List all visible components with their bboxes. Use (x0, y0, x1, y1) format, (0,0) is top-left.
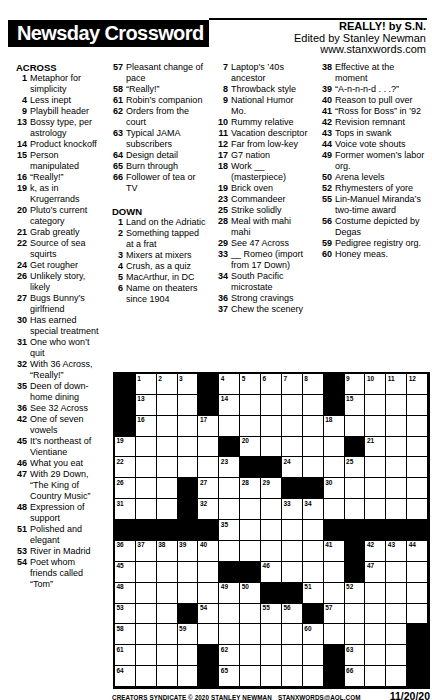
grid-cell-r9c10[interactable] (303, 541, 324, 562)
grid-cell-r5c11[interactable] (324, 457, 345, 478)
clue-number: 19 (212, 183, 231, 194)
grid-cell-r14c8[interactable] (261, 645, 282, 666)
grid-cell-r13c4[interactable]: 59 (178, 624, 199, 645)
grid-cell-r9c6[interactable] (219, 541, 240, 562)
grid-cell-r14c13[interactable] (365, 645, 386, 666)
clue-number: 4 (8, 95, 30, 106)
grid-cell-r8c6[interactable]: 35 (219, 520, 240, 541)
grid-cell-r7c12[interactable] (345, 499, 366, 520)
grid-cell-r9c8[interactable] (261, 541, 282, 562)
grid-cell-r5c9[interactable]: 24 (282, 457, 303, 478)
grid-cell-r3c13[interactable] (365, 416, 386, 437)
grid-cell-r9c1[interactable]: 36 (115, 541, 136, 562)
clue-number: 36 (8, 403, 30, 414)
grid-cell-r14c14[interactable] (386, 645, 407, 666)
grid-cell-r6c13[interactable] (365, 478, 386, 499)
clue-text: __ Romeo (import from 17 Down) (231, 249, 311, 271)
grid-cell-r3c5[interactable]: 17 (198, 416, 219, 437)
clue-number: 42 (8, 414, 30, 425)
grid-cell-r2c12[interactable]: 15 (345, 395, 366, 416)
grid-cell-r5c2[interactable] (136, 457, 157, 478)
cell-number-64: 64 (117, 667, 124, 674)
cell-number-50: 50 (242, 583, 249, 590)
cell-number-45: 45 (117, 562, 124, 569)
grid-cell-r3c3[interactable] (157, 416, 178, 437)
grid-cell-r2c3[interactable] (157, 395, 178, 416)
grid-cell-r15c3[interactable] (157, 666, 178, 687)
across-clue-16: 16“Really!” (8, 172, 103, 183)
down-clue-56: 56Costume depicted by Degas (318, 216, 425, 238)
grid-cell-r14c6[interactable]: 62 (219, 645, 240, 666)
grid-cell-r3c14[interactable] (386, 416, 407, 437)
grid-cell-r10c14[interactable] (386, 562, 407, 583)
grid-cell-r5c14[interactable] (386, 457, 407, 478)
grid-cell-r10c15[interactable] (407, 562, 428, 583)
clue-text: South Pacific microstate (231, 271, 311, 293)
grid-cell-r10c10[interactable] (303, 562, 324, 583)
down-clue-5: 5MacArthur, in DC (104, 272, 206, 283)
black-cell-r2c5 (198, 395, 219, 416)
grid-cell-r11c3[interactable] (157, 583, 178, 604)
grid-cell-r12c6[interactable] (219, 604, 240, 625)
cell-number-20: 20 (242, 437, 249, 444)
grid-cell-r13c12[interactable] (345, 624, 366, 645)
grid-cell-r11c2[interactable] (136, 583, 157, 604)
grid-cell-r15c7[interactable] (240, 666, 261, 687)
grid-cell-r7c1[interactable]: 31 (115, 499, 136, 520)
grid-cell-r14c3[interactable] (157, 645, 178, 666)
clue-text: Pedigree registry org. (335, 238, 425, 249)
cell-number-11: 11 (388, 375, 395, 382)
grid-cell-r11c6[interactable]: 49 (219, 583, 240, 604)
clue-number: 33 (212, 249, 231, 260)
across-clue-42: 42One of seven vowels (8, 414, 103, 436)
grid-cell-r9c11[interactable]: 41 (324, 541, 345, 562)
clue-number: 29 (212, 238, 231, 249)
grid-cell-r12c7[interactable] (240, 604, 261, 625)
grid-cell-r9c3[interactable]: 38 (157, 541, 178, 562)
grid-cell-r3c11[interactable]: 18 (324, 416, 345, 437)
down-clue-40: 40Reason to pull over (318, 95, 425, 106)
grid-cell-r7c6[interactable] (219, 499, 240, 520)
grid-cell-r3c9[interactable] (282, 416, 303, 437)
grid-cell-r3c7[interactable] (240, 416, 261, 437)
black-cell-r10c6 (219, 562, 240, 583)
grid-cell-r7c15[interactable] (407, 499, 428, 520)
across-clue-53: 53River in Madrid (8, 546, 103, 557)
grid-cell-r12c2[interactable] (136, 604, 157, 625)
cell-number-36: 36 (117, 541, 124, 548)
grid-cell-r11c10[interactable]: 51 (303, 583, 324, 604)
cell-number-17: 17 (200, 416, 207, 423)
grid-cell-r2c13[interactable] (365, 395, 386, 416)
black-cell-r8c12 (345, 520, 366, 541)
grid-cell-r12c12[interactable] (345, 604, 366, 625)
grid-cell-r9c9[interactable] (282, 541, 303, 562)
clue-text: Grab greatly (30, 227, 103, 238)
footer: CREATORS SYNDICATE © 2020 STANLEY NEWMAN… (112, 690, 430, 700)
grid-cell-r1c14[interactable]: 11 (386, 374, 407, 395)
black-cell-r9c12 (345, 541, 366, 562)
grid-cell-r2c4[interactable] (178, 395, 199, 416)
grid-cell-r2c10[interactable] (303, 395, 324, 416)
grid-cell-r13c9[interactable] (282, 624, 303, 645)
grid-cell-r6c12[interactable] (345, 478, 366, 499)
clue-text: Playbill header (30, 106, 103, 117)
clue-number: 46 (8, 458, 30, 469)
grid-cell-r10c9[interactable] (282, 562, 303, 583)
across-clue-62: 62Orders from the court (104, 106, 206, 128)
grid-cell-r4c10[interactable] (303, 437, 324, 458)
grid-cell-r8c9[interactable] (282, 520, 303, 541)
grid-cell-r5c1[interactable]: 22 (115, 457, 136, 478)
grid-cell-r11c1[interactable]: 48 (115, 583, 136, 604)
black-cell-r8c3 (157, 520, 178, 541)
grid-cell-r11c4[interactable] (178, 583, 199, 604)
grid-cell-r12c14[interactable] (386, 604, 407, 625)
grid-cell-r15c4[interactable] (178, 666, 199, 687)
grid-cell-r11c12[interactable]: 52 (345, 583, 366, 604)
clue-number: 19 (8, 183, 30, 194)
clue-text: Meal with mahi mahi (231, 216, 311, 238)
grid-cell-r13c8[interactable] (261, 624, 282, 645)
grid-cell-r1c6[interactable]: 4 (219, 374, 240, 395)
grid-cell-r2c15[interactable] (407, 395, 428, 416)
cell-number-19: 19 (117, 437, 124, 444)
grid-cell-r10c8[interactable]: 46 (261, 562, 282, 583)
grid-cell-r5c13[interactable] (365, 457, 386, 478)
grid-cell-r12c15[interactable] (407, 604, 428, 625)
black-cell-r15c5 (198, 666, 219, 687)
grid-cell-r5c15[interactable] (407, 457, 428, 478)
grid-cell-r5c3[interactable] (157, 457, 178, 478)
down-clue-2: 2Something tapped at a frat (104, 228, 206, 250)
black-cell-r8c14 (386, 520, 407, 541)
cell-number-13: 13 (137, 395, 144, 402)
grid-cell-r15c9[interactable] (282, 666, 303, 687)
grid-cell-r4c7[interactable]: 20 (240, 437, 261, 458)
grid-cell-r7c8[interactable] (261, 499, 282, 520)
black-cell-r12c10 (303, 604, 324, 625)
grid-cell-r10c3[interactable] (157, 562, 178, 583)
grid-cell-r10c11[interactable] (324, 562, 345, 583)
clue-text: Effective at the moment (335, 62, 425, 84)
grid-cell-r1c15[interactable]: 12 (407, 374, 428, 395)
grid-cell-r4c11[interactable] (324, 437, 345, 458)
across-clue-9: 9Playbill header (8, 106, 103, 117)
cell-number-14: 14 (221, 395, 228, 402)
grid-cell-r11c13[interactable] (365, 583, 386, 604)
across-clue-64: 64Design detail (104, 150, 206, 161)
grid-cell-r13c14[interactable] (386, 624, 407, 645)
black-cell-r6c4 (178, 478, 199, 499)
grid-cell-r13c2[interactable] (136, 624, 157, 645)
grid-cell-r13c1[interactable]: 58 (115, 624, 136, 645)
grid-cell-r12c11[interactable]: 57 (324, 604, 345, 625)
clue-number: 26 (8, 271, 30, 282)
black-cell-r1c11 (324, 374, 345, 395)
grid-cell-r1c7[interactable]: 5 (240, 374, 261, 395)
grid-cell-r2c14[interactable] (386, 395, 407, 416)
grid-cell-r4c5[interactable] (198, 437, 219, 458)
grid-cell-r11c5[interactable] (198, 583, 219, 604)
grid-cell-r15c10[interactable] (303, 666, 324, 687)
grid-cell-r13c5[interactable] (198, 624, 219, 645)
grid-cell-r11c14[interactable] (386, 583, 407, 604)
grid-cell-r2c2[interactable]: 13 (136, 395, 157, 416)
across-clue-27: 27Bugs Bunny’s girlfriend (8, 293, 103, 315)
grid-cell-r9c4[interactable]: 39 (178, 541, 199, 562)
grid-cell-r14c9[interactable] (282, 645, 303, 666)
grid-cell-r2c9[interactable] (282, 395, 303, 416)
grid-cell-r6c2[interactable] (136, 478, 157, 499)
grid-cell-r15c14[interactable] (386, 666, 407, 687)
across-clue-26: 26Unlikely story, likely (8, 271, 103, 293)
cell-number-62: 62 (221, 646, 228, 653)
black-cell-r7c4 (178, 499, 199, 520)
clue-text: Former women’s labor org. (335, 150, 425, 172)
grid-cell-r8c10[interactable] (303, 520, 324, 541)
clue-text: Follower of tea or TV (126, 172, 206, 194)
clue-text: Something tapped at a frat (126, 228, 206, 250)
grid-cell-r9c13[interactable]: 42 (365, 541, 386, 562)
clue-text: Name on theaters since 1904 (126, 283, 206, 305)
grid-cell-r7c10[interactable]: 34 (303, 499, 324, 520)
cell-number-3: 3 (179, 375, 183, 382)
clue-number: 14 (8, 139, 30, 150)
grid-cell-r3c15[interactable] (407, 416, 428, 437)
grid-cell-r3c8[interactable] (261, 416, 282, 437)
grid-cell-r10c1[interactable]: 45 (115, 562, 136, 583)
black-cell-r6c9 (282, 478, 303, 499)
black-cell-r2c1 (115, 395, 136, 416)
grid-cell-r15c12[interactable]: 66 (345, 666, 366, 687)
grid-cell-r4c9[interactable] (282, 437, 303, 458)
across-clue-24: 24Get rougher (8, 260, 103, 271)
grid-cell-r11c11[interactable] (324, 583, 345, 604)
grid-cell-r15c8[interactable] (261, 666, 282, 687)
down-clue-23: 23Commandeer (212, 194, 311, 205)
black-cell-r3c1 (115, 416, 136, 437)
grid-cell-r1c10[interactable]: 8 (303, 374, 324, 395)
grid-cell-r6c8[interactable]: 29 (261, 478, 282, 499)
grid-cell-r15c2[interactable] (136, 666, 157, 687)
grid-cell-r6c3[interactable] (157, 478, 178, 499)
cell-number-9: 9 (346, 375, 350, 382)
grid-cell-r2c6[interactable]: 14 (219, 395, 240, 416)
grid-cell-r1c9[interactable]: 7 (282, 374, 303, 395)
grid-cell-r6c11[interactable]: 30 (324, 478, 345, 499)
grid-cell-r12c5[interactable]: 54 (198, 604, 219, 625)
down-clue-12: 12Far from low-key (212, 139, 311, 150)
contact-email: STANXWORDS@AOL.COM (278, 694, 361, 700)
grid-cell-r11c15[interactable] (407, 583, 428, 604)
cell-number-53: 53 (117, 604, 124, 611)
cell-number-15: 15 (346, 395, 353, 402)
grid-cell-r13c11[interactable] (324, 624, 345, 645)
grid-cell-r1c2[interactable]: 1 (136, 374, 157, 395)
grid-cell-r8c8[interactable] (261, 520, 282, 541)
grid-cell-r15c1[interactable]: 64 (115, 666, 136, 687)
grid-cell-r14c12[interactable]: 63 (345, 645, 366, 666)
grid-cell-r6c5[interactable]: 27 (198, 478, 219, 499)
grid-cell-r14c4[interactable] (178, 645, 199, 666)
grid-cell-r5c12[interactable]: 25 (345, 457, 366, 478)
grid-cell-r9c7[interactable] (240, 541, 261, 562)
grid-cell-r7c5[interactable]: 32 (198, 499, 219, 520)
clue-text: Commandeer (231, 194, 311, 205)
clue-number: 32 (8, 359, 30, 370)
grid-cell-r12c13[interactable] (365, 604, 386, 625)
grid-cell-r10c4[interactable] (178, 562, 199, 583)
grid-cell-r7c3[interactable] (157, 499, 178, 520)
across-clue-63: 63Typical JAMA subscribers (104, 128, 206, 150)
grid-cell-r5c6[interactable]: 23 (219, 457, 240, 478)
clue-text: Voice vote shouts (335, 139, 425, 150)
grid-cell-r12c9[interactable]: 56 (282, 604, 303, 625)
grid-cell-r7c11[interactable] (324, 499, 345, 520)
grid-cell-r6c7[interactable]: 28 (240, 478, 261, 499)
grid-cell-r5c10[interactable] (303, 457, 324, 478)
across-clues-1-54: 1Metaphor for simplicity4Less inept9Play… (8, 73, 103, 590)
grid-cell-r3c10[interactable] (303, 416, 324, 437)
grid-cell-r13c13[interactable] (365, 624, 386, 645)
across-clue-47: 47With 29 Down, “The King of Country Mus… (8, 469, 103, 502)
grid-cell-r6c14[interactable] (386, 478, 407, 499)
cell-number-4: 4 (221, 375, 225, 382)
grid-cell-r1c13[interactable]: 10 (365, 374, 386, 395)
grid-cell-r1c4[interactable]: 3 (178, 374, 199, 395)
clue-number: 31 (8, 337, 30, 348)
clue-number: 41 (318, 106, 335, 117)
grid-cell-r13c10[interactable]: 60 (303, 624, 324, 645)
grid-cell-r10c2[interactable] (136, 562, 157, 583)
grid-cell-r1c12[interactable]: 9 (345, 374, 366, 395)
puzzle-byline: REALLY! by S.N. (294, 21, 426, 33)
cell-number-23: 23 (221, 458, 228, 465)
grid-cell-r6c1[interactable]: 26 (115, 478, 136, 499)
grid-cell-r12c1[interactable]: 53 (115, 604, 136, 625)
grid-cell-r1c8[interactable]: 6 (261, 374, 282, 395)
clue-number: 38 (318, 62, 335, 73)
grid-cell-r6c6[interactable] (219, 478, 240, 499)
cell-number-38: 38 (158, 541, 165, 548)
grid-cell-r4c1[interactable]: 19 (115, 437, 136, 458)
cell-number-43: 43 (388, 541, 395, 548)
grid-cell-r4c15[interactable] (407, 437, 428, 458)
black-cell-r10c7 (240, 562, 261, 583)
across-clue-46: 46What you eat (8, 458, 103, 469)
clue-number: 15 (8, 150, 30, 161)
grid-cell-r7c13[interactable] (365, 499, 386, 520)
grid-cell-r14c7[interactable] (240, 645, 261, 666)
grid-cell-r4c3[interactable] (157, 437, 178, 458)
grid-cell-r4c4[interactable] (178, 437, 199, 458)
grid-cell-r3c6[interactable] (219, 416, 240, 437)
grid-cell-r11c7[interactable]: 50 (240, 583, 261, 604)
grid-cell-r3c12[interactable] (345, 416, 366, 437)
clue-text: Person manipulated (30, 150, 103, 172)
clue-number: 25 (212, 205, 231, 216)
clue-number: 16 (8, 172, 30, 183)
grid-cell-r3c4[interactable] (178, 416, 199, 437)
grid-cell-r12c3[interactable] (157, 604, 178, 625)
clue-number: 7 (212, 62, 231, 73)
cell-number-49: 49 (221, 583, 228, 590)
grid-cell-r13c6[interactable] (219, 624, 240, 645)
grid-cell-r2c7[interactable] (240, 395, 261, 416)
black-cell-r15c15 (407, 666, 428, 687)
clue-number: 44 (318, 139, 335, 150)
down-clue-17: 17G7 nation (212, 150, 311, 161)
grid-cell-r7c7[interactable] (240, 499, 261, 520)
down-clue-50: 50Arena levels (318, 172, 425, 183)
grid-cell-r7c14[interactable] (386, 499, 407, 520)
grid-cell-r13c7[interactable] (240, 624, 261, 645)
grid-cell-r4c13[interactable]: 21 (365, 437, 386, 458)
across-clue-20: 20Pluto’s current category (8, 205, 103, 227)
grid-cell-r15c6[interactable]: 65 (219, 666, 240, 687)
clue-number: 1 (104, 217, 126, 228)
grid-cell-r9c15[interactable]: 44 (407, 541, 428, 562)
grid-cell-r15c13[interactable] (365, 666, 386, 687)
grid-cell-r7c9[interactable]: 33 (282, 499, 303, 520)
grid-cell-r8c7[interactable] (240, 520, 261, 541)
grid-cell-r5c5[interactable] (198, 457, 219, 478)
grid-cell-r13c3[interactable] (157, 624, 178, 645)
grid-cell-r4c2[interactable] (136, 437, 157, 458)
grid-cell-r7c2[interactable] (136, 499, 157, 520)
clue-number: 61 (104, 95, 126, 106)
down-clue-33: 33__ Romeo (import from 17 Down) (212, 249, 311, 271)
down-clue-3: 3Mixers at mixers (104, 250, 206, 261)
cell-number-27: 27 (200, 479, 207, 486)
grid-cell-r3c2[interactable]: 16 (136, 416, 157, 437)
down-clues-38-60: 38Effective at the moment39“A-n-n-n-d . … (318, 62, 425, 260)
grid-cell-r6c15[interactable] (407, 478, 428, 499)
clue-number: 55 (318, 194, 335, 205)
grid-cell-r9c2[interactable]: 37 (136, 541, 157, 562)
black-cell-r11c8 (261, 583, 282, 604)
grid-cell-r9c5[interactable]: 40 (198, 541, 219, 562)
syndicate-credit: CREATORS SYNDICATE © 2020 STANLEY NEWMAN (112, 694, 272, 700)
clue-number: 58 (104, 84, 126, 95)
clue-text: Pluto’s current category (30, 205, 103, 227)
across-clue-13: 13Bossy type, per astrology (8, 117, 103, 139)
clue-number: 52 (318, 183, 335, 194)
grid-cell-r14c2[interactable] (136, 645, 157, 666)
grid-cell-r12c8[interactable]: 55 (261, 604, 282, 625)
clue-number: 42 (318, 117, 335, 128)
grid-cell-r1c3[interactable]: 2 (157, 374, 178, 395)
grid-cell-r4c14[interactable] (386, 437, 407, 458)
grid-cell-r10c5[interactable] (198, 562, 219, 583)
down-clue-39: 39“A-n-n-n-d . . .?” (318, 84, 425, 95)
grid-cell-r9c14[interactable]: 43 (386, 541, 407, 562)
grid-cell-r4c8[interactable] (261, 437, 282, 458)
grid-cell-r5c4[interactable] (178, 457, 199, 478)
grid-cell-r2c8[interactable] (261, 395, 282, 416)
clue-text: Metaphor for simplicity (30, 73, 103, 95)
grid-cell-r14c1[interactable]: 61 (115, 645, 136, 666)
black-cell-r8c1 (115, 520, 136, 541)
down-clue-36: 36Strong cravings (212, 293, 311, 304)
cell-number-22: 22 (117, 458, 124, 465)
down-clue-60: 60Honey meas. (318, 249, 425, 260)
cell-number-59: 59 (179, 625, 186, 632)
grid-cell-r14c10[interactable] (303, 645, 324, 666)
grid-cell-r10c13[interactable]: 47 (365, 562, 386, 583)
